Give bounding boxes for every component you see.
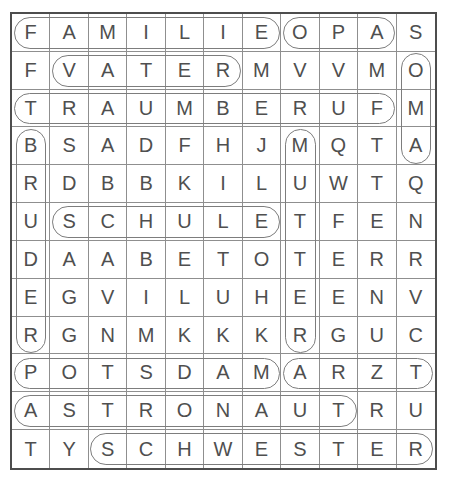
grid-cell[interactable]: T xyxy=(397,354,435,392)
grid-cell[interactable]: B xyxy=(127,165,165,203)
grid-cell[interactable]: U xyxy=(204,279,242,317)
grid-cell[interactable]: B xyxy=(12,127,50,165)
grid-cell[interactable]: M xyxy=(89,14,127,52)
grid-cell[interactable]: E xyxy=(243,90,281,128)
grid-cell[interactable]: I xyxy=(127,14,165,52)
grid-cell[interactable]: E xyxy=(243,203,281,241)
grid-cell[interactable]: S xyxy=(397,14,435,52)
grid-cell[interactable]: O xyxy=(166,392,204,430)
grid-cell[interactable]: A xyxy=(89,127,127,165)
grid-cell[interactable]: T xyxy=(12,90,50,128)
grid-cell[interactable]: R xyxy=(397,241,435,279)
grid-cell[interactable]: W xyxy=(320,165,358,203)
grid-cell[interactable]: S xyxy=(50,203,88,241)
grid-cell[interactable]: H xyxy=(243,279,281,317)
grid-cell[interactable]: T xyxy=(281,203,319,241)
grid-cell[interactable]: C xyxy=(89,203,127,241)
grid-cell[interactable]: F xyxy=(12,52,50,90)
grid-cell[interactable]: E xyxy=(12,279,50,317)
grid-cell[interactable]: M xyxy=(166,90,204,128)
grid-cell[interactable]: S xyxy=(50,392,88,430)
grid-cell[interactable]: P xyxy=(320,14,358,52)
grid-cell[interactable]: C xyxy=(397,317,435,355)
grid-cell[interactable]: A xyxy=(89,52,127,90)
grid-cell[interactable]: R xyxy=(397,430,435,468)
grid-cell[interactable]: Y xyxy=(50,430,88,468)
grid-cell[interactable]: B xyxy=(89,165,127,203)
grid-cell[interactable]: F xyxy=(320,203,358,241)
grid-cell[interactable]: A xyxy=(204,354,242,392)
grid-cell[interactable]: F xyxy=(12,14,50,52)
grid-cell[interactable]: A xyxy=(50,14,88,52)
grid-cell[interactable]: H xyxy=(166,430,204,468)
grid-cell[interactable]: W xyxy=(204,430,242,468)
grid-cell[interactable]: E xyxy=(320,279,358,317)
grid-cell[interactable]: T xyxy=(281,241,319,279)
grid-cell[interactable]: L xyxy=(243,165,281,203)
grid-cell[interactable]: E xyxy=(320,241,358,279)
grid-cell[interactable]: O xyxy=(397,52,435,90)
grid-cell[interactable]: N xyxy=(397,203,435,241)
grid-cell[interactable]: S xyxy=(127,354,165,392)
grid-cell[interactable]: A xyxy=(12,392,50,430)
grid-cell[interactable]: D xyxy=(127,127,165,165)
grid-cell[interactable]: K xyxy=(243,317,281,355)
grid-cell[interactable]: R xyxy=(12,317,50,355)
grid-cell[interactable]: U xyxy=(358,317,396,355)
grid-cell[interactable]: A xyxy=(243,392,281,430)
grid-cell[interactable]: S xyxy=(50,127,88,165)
grid-cell[interactable]: B xyxy=(204,90,242,128)
grid-cell[interactable]: G xyxy=(320,317,358,355)
grid-cell[interactable]: R xyxy=(204,52,242,90)
grid-cell[interactable]: N xyxy=(89,317,127,355)
grid-cell[interactable]: M xyxy=(243,52,281,90)
grid-cell[interactable]: L xyxy=(204,203,242,241)
grid-cell[interactable]: E xyxy=(243,430,281,468)
grid-cell[interactable]: M xyxy=(243,354,281,392)
grid-cell[interactable]: B xyxy=(127,241,165,279)
grid-cell[interactable]: K xyxy=(166,317,204,355)
grid-cell[interactable]: R xyxy=(320,354,358,392)
grid-cell[interactable]: E xyxy=(281,279,319,317)
grid-cell[interactable]: F xyxy=(166,127,204,165)
grid-cell[interactable]: A xyxy=(50,241,88,279)
grid-cell[interactable]: R xyxy=(358,241,396,279)
grid-cell[interactable]: R xyxy=(281,317,319,355)
grid-cell[interactable]: K xyxy=(204,317,242,355)
grid-cell[interactable]: R xyxy=(358,392,396,430)
grid-cell[interactable]: U xyxy=(397,392,435,430)
grid-cell[interactable]: Z xyxy=(358,354,396,392)
grid-cell[interactable]: I xyxy=(204,165,242,203)
grid-cell[interactable]: S xyxy=(281,430,319,468)
grid-cell[interactable]: H xyxy=(127,203,165,241)
grid-cell[interactable]: V xyxy=(320,52,358,90)
grid-cell[interactable]: U xyxy=(127,90,165,128)
grid-cell[interactable]: P xyxy=(12,354,50,392)
grid-cell[interactable]: N xyxy=(358,279,396,317)
word-search-grid: FAMILIEOPASFVATERMVVMOTRAUMBERUFMBSADFHJ… xyxy=(10,12,437,470)
grid-cell[interactable]: V xyxy=(397,279,435,317)
grid-cell[interactable]: E xyxy=(243,14,281,52)
grid-cell[interactable]: E xyxy=(358,430,396,468)
grid-cell[interactable]: A xyxy=(358,14,396,52)
grid-cell[interactable]: U xyxy=(166,203,204,241)
grid-cell[interactable]: J xyxy=(243,127,281,165)
grid-cell[interactable]: I xyxy=(204,14,242,52)
grid-cell[interactable]: L xyxy=(166,14,204,52)
grid-cell[interactable]: T xyxy=(358,165,396,203)
grid-cell[interactable]: O xyxy=(243,241,281,279)
grid-cell[interactable]: D xyxy=(12,241,50,279)
grid-cell[interactable]: D xyxy=(50,165,88,203)
grid-cell[interactable]: U xyxy=(281,165,319,203)
grid-cell[interactable]: A xyxy=(281,354,319,392)
grid-cell[interactable]: E xyxy=(358,203,396,241)
grid-cell[interactable]: U xyxy=(281,392,319,430)
grid-cell[interactable]: R xyxy=(127,392,165,430)
grid-cell[interactable]: K xyxy=(166,165,204,203)
grid-cell[interactable]: R xyxy=(12,165,50,203)
grid-cell[interactable]: F xyxy=(358,90,396,128)
grid-cell[interactable]: U xyxy=(320,90,358,128)
grid-cell[interactable]: U xyxy=(12,203,50,241)
grid-cell[interactable]: M xyxy=(397,90,435,128)
grid-cell[interactable]: C xyxy=(127,430,165,468)
grid-cell[interactable]: A xyxy=(89,241,127,279)
grid-cell[interactable]: I xyxy=(127,279,165,317)
grid-cell[interactable]: T xyxy=(89,354,127,392)
grid-cell[interactable]: T xyxy=(320,430,358,468)
grid-cell[interactable]: G xyxy=(50,279,88,317)
grid-cell[interactable]: M xyxy=(281,127,319,165)
grid-cell[interactable]: O xyxy=(50,354,88,392)
grid-cell[interactable]: M xyxy=(358,52,396,90)
grid-cell[interactable]: M xyxy=(127,317,165,355)
grid-cell[interactable]: A xyxy=(397,127,435,165)
grid-cell[interactable]: T xyxy=(320,392,358,430)
grid-cell[interactable]: S xyxy=(89,430,127,468)
grid-cell[interactable]: R xyxy=(281,90,319,128)
grid-cell[interactable]: T xyxy=(358,127,396,165)
grid-cell[interactable]: E xyxy=(166,241,204,279)
grid-cell[interactable]: O xyxy=(281,14,319,52)
grid-cell[interactable]: H xyxy=(204,127,242,165)
grid-cell[interactable]: R xyxy=(50,90,88,128)
grid-cell[interactable]: V xyxy=(89,279,127,317)
grid-cell[interactable]: G xyxy=(50,317,88,355)
grid-cell[interactable]: T xyxy=(12,430,50,468)
grid-cell[interactable]: Q xyxy=(320,127,358,165)
grid-cell[interactable]: T xyxy=(89,392,127,430)
grid-cell[interactable]: N xyxy=(204,392,242,430)
grid-cell[interactable]: L xyxy=(166,279,204,317)
word-search-board: FAMILIEOPASFVATERMVVMOTRAUMBERUFMBSADFHJ… xyxy=(0,0,450,485)
grid-cell[interactable]: D xyxy=(166,354,204,392)
grid-cell[interactable]: E xyxy=(166,52,204,90)
grid-cell[interactable]: T xyxy=(127,52,165,90)
grid-cell[interactable]: V xyxy=(281,52,319,90)
grid-cell[interactable]: T xyxy=(204,241,242,279)
grid-cell[interactable]: V xyxy=(50,52,88,90)
grid-cell[interactable]: A xyxy=(89,90,127,128)
grid-cell[interactable]: Q xyxy=(397,165,435,203)
